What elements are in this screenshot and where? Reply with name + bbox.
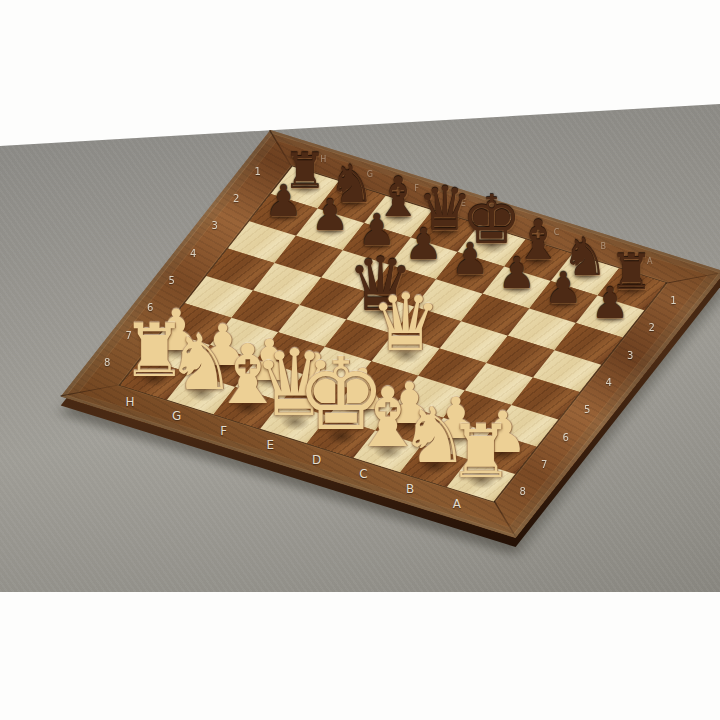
rank-label-right-5: 5: [584, 404, 590, 415]
rank-label-right-6: 6: [563, 432, 569, 443]
file-label-e: E: [266, 438, 274, 452]
rank-label-right-4: 4: [606, 377, 612, 388]
file-label-c: C: [359, 467, 368, 481]
rank-label-left-1: 1: [255, 166, 261, 177]
backdrop-bottom: [0, 592, 720, 720]
rank-label-left-5: 5: [169, 275, 175, 286]
file-label-f: F: [220, 424, 227, 438]
rank-label-right-8: 8: [520, 486, 526, 497]
file-label-d: D: [312, 453, 322, 467]
border-mitre-joint: [60, 384, 121, 396]
file-label-b: B: [406, 482, 415, 496]
file-label-a: A: [453, 497, 462, 511]
square-a8: ♜: [447, 460, 515, 502]
rank-label-right-3: 3: [627, 350, 633, 361]
rank-label-left-3: 3: [212, 220, 218, 231]
rank-label-left-8: 8: [104, 357, 110, 368]
border-mitre-joint: [493, 501, 517, 538]
photo-canvas: ♜♞♝♛♚♝♞♜♟♟♟♟♟♟♟♟♛♛♟♟♟♟♟♟♟♟♜♞♝♛♚♝♞♜ HGFED…: [0, 0, 720, 720]
rank-label-left-4: 4: [190, 248, 196, 259]
file-label-h: H: [126, 395, 136, 409]
rank-label-left-2: 2: [233, 193, 239, 204]
border-mitre-joint: [665, 272, 720, 284]
file-label-g: G: [172, 409, 182, 423]
rank-label-right-1: 1: [670, 295, 676, 306]
rank-label-right-7: 7: [541, 459, 547, 470]
rank-label-right-2: 2: [649, 322, 655, 333]
